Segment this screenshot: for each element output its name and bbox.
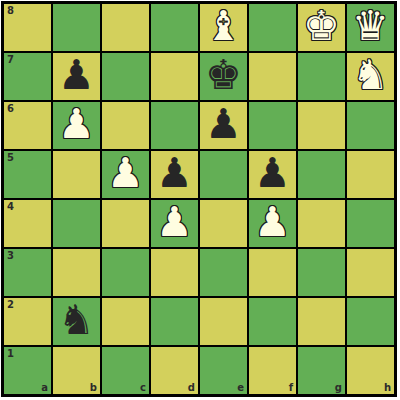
square-h7[interactable]: ♞ <box>347 53 394 100</box>
square-a4[interactable]: 4 <box>4 200 51 247</box>
square-c7[interactable] <box>102 53 149 100</box>
piece-white-king[interactable]: ♚ <box>303 6 340 47</box>
file-label-b: b <box>90 383 97 393</box>
square-d5[interactable]: ♟ <box>151 151 198 198</box>
square-d7[interactable] <box>151 53 198 100</box>
piece-black-pawn[interactable]: ♟ <box>58 55 95 96</box>
square-h3[interactable] <box>347 249 394 296</box>
piece-white-pawn[interactable]: ♟ <box>58 104 95 145</box>
piece-black-pawn[interactable]: ♟ <box>156 153 193 194</box>
square-d2[interactable] <box>151 298 198 345</box>
square-e2[interactable] <box>200 298 247 345</box>
piece-black-pawn[interactable]: ♟ <box>254 153 291 194</box>
file-label-h: h <box>384 383 391 393</box>
file-label-c: c <box>140 383 146 393</box>
chess-board-frame: 8♝♚♛7♟♚♞6♟♟5♟♟♟4♟♟32♞1abcdefgh <box>1 1 397 397</box>
square-c1[interactable]: c <box>102 347 149 394</box>
square-d3[interactable] <box>151 249 198 296</box>
square-b4[interactable] <box>53 200 100 247</box>
piece-black-pawn[interactable]: ♟ <box>205 104 242 145</box>
square-a6[interactable]: 6 <box>4 102 51 149</box>
square-e1[interactable]: e <box>200 347 247 394</box>
rank-label-8: 8 <box>7 6 14 16</box>
square-a3[interactable]: 3 <box>4 249 51 296</box>
square-c4[interactable] <box>102 200 149 247</box>
square-e8[interactable]: ♝ <box>200 4 247 51</box>
square-b7[interactable]: ♟ <box>53 53 100 100</box>
file-label-f: f <box>289 383 293 393</box>
file-label-e: e <box>237 383 244 393</box>
square-h5[interactable] <box>347 151 394 198</box>
square-a5[interactable]: 5 <box>4 151 51 198</box>
square-f2[interactable] <box>249 298 296 345</box>
rank-label-4: 4 <box>7 202 14 212</box>
piece-black-king[interactable]: ♚ <box>205 55 242 96</box>
square-g2[interactable] <box>298 298 345 345</box>
piece-white-pawn[interactable]: ♟ <box>107 153 144 194</box>
square-d6[interactable] <box>151 102 198 149</box>
square-g3[interactable] <box>298 249 345 296</box>
chess-board: 8♝♚♛7♟♚♞6♟♟5♟♟♟4♟♟32♞1abcdefgh <box>4 4 394 394</box>
square-h6[interactable] <box>347 102 394 149</box>
square-f3[interactable] <box>249 249 296 296</box>
square-c2[interactable] <box>102 298 149 345</box>
square-c8[interactable] <box>102 4 149 51</box>
square-h1[interactable]: h <box>347 347 394 394</box>
square-e6[interactable]: ♟ <box>200 102 247 149</box>
rank-label-2: 2 <box>7 300 14 310</box>
square-f5[interactable]: ♟ <box>249 151 296 198</box>
rank-label-5: 5 <box>7 153 14 163</box>
square-b8[interactable] <box>53 4 100 51</box>
file-label-g: g <box>335 383 342 393</box>
square-g1[interactable]: g <box>298 347 345 394</box>
square-d8[interactable] <box>151 4 198 51</box>
rank-label-1: 1 <box>7 349 14 359</box>
square-b3[interactable] <box>53 249 100 296</box>
square-g8[interactable]: ♚ <box>298 4 345 51</box>
square-f1[interactable]: f <box>249 347 296 394</box>
piece-white-pawn[interactable]: ♟ <box>156 202 193 243</box>
square-f7[interactable] <box>249 53 296 100</box>
piece-white-pawn[interactable]: ♟ <box>254 202 291 243</box>
piece-white-bishop[interactable]: ♝ <box>205 6 242 47</box>
square-h2[interactable] <box>347 298 394 345</box>
square-h4[interactable] <box>347 200 394 247</box>
square-b1[interactable]: b <box>53 347 100 394</box>
square-e5[interactable] <box>200 151 247 198</box>
square-g7[interactable] <box>298 53 345 100</box>
rank-label-7: 7 <box>7 55 14 65</box>
square-d4[interactable]: ♟ <box>151 200 198 247</box>
piece-white-knight[interactable]: ♞ <box>352 55 389 96</box>
square-f4[interactable]: ♟ <box>249 200 296 247</box>
square-a1[interactable]: 1a <box>4 347 51 394</box>
square-f8[interactable] <box>249 4 296 51</box>
square-g5[interactable] <box>298 151 345 198</box>
rank-label-3: 3 <box>7 251 14 261</box>
square-d1[interactable]: d <box>151 347 198 394</box>
file-label-d: d <box>188 383 195 393</box>
square-a2[interactable]: 2 <box>4 298 51 345</box>
piece-black-knight[interactable]: ♞ <box>58 300 95 341</box>
piece-white-queen[interactable]: ♛ <box>352 6 389 47</box>
square-b5[interactable] <box>53 151 100 198</box>
square-h8[interactable]: ♛ <box>347 4 394 51</box>
square-f6[interactable] <box>249 102 296 149</box>
square-a8[interactable]: 8 <box>4 4 51 51</box>
square-e4[interactable] <box>200 200 247 247</box>
square-c5[interactable]: ♟ <box>102 151 149 198</box>
square-e7[interactable]: ♚ <box>200 53 247 100</box>
file-label-a: a <box>41 383 48 393</box>
square-a7[interactable]: 7 <box>4 53 51 100</box>
square-e3[interactable] <box>200 249 247 296</box>
square-c6[interactable] <box>102 102 149 149</box>
rank-label-6: 6 <box>7 104 14 114</box>
square-g6[interactable] <box>298 102 345 149</box>
square-g4[interactable] <box>298 200 345 247</box>
square-b6[interactable]: ♟ <box>53 102 100 149</box>
square-c3[interactable] <box>102 249 149 296</box>
square-b2[interactable]: ♞ <box>53 298 100 345</box>
